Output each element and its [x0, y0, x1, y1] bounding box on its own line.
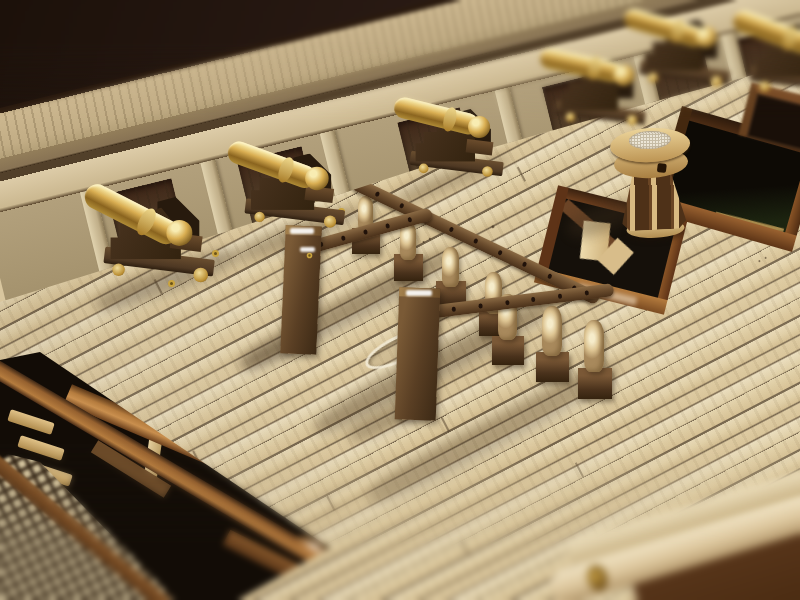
vignette [0, 0, 800, 600]
model-ship-photo [0, 0, 800, 600]
